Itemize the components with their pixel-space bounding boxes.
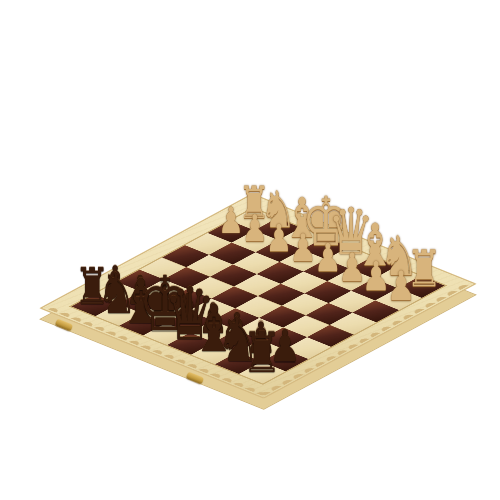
chessboard bbox=[39, 193, 477, 398]
chess-set-photo: ♜♞♝♚♛♝♞♜♟♟♟♟♟♟♟♟♟♟♟♟♟♟♟♟♜♞♝♚♛♝♞♜ bbox=[0, 0, 500, 500]
